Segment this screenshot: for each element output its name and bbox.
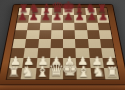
piece-white-bishop[interactable]: ♝ xyxy=(76,64,90,79)
piece-black-pawn[interactable]: ♟ xyxy=(63,12,73,22)
square-b4[interactable] xyxy=(25,39,38,48)
piece-cell-e7: ♟ xyxy=(63,15,75,23)
square-b5[interactable] xyxy=(26,30,39,39)
square-d4[interactable] xyxy=(50,39,63,48)
chess-board[interactable]: ♜♞♝♛♚♝♞♜♟♟♟♟♟♟♟♟♟♟♟♟♟♟♟♟♜♞♝♛♚♝♞♜ xyxy=(0,5,125,85)
piece-cell-c1: ♝ xyxy=(34,68,48,79)
square-b6[interactable] xyxy=(27,22,40,30)
piece-cell-b7: ♟ xyxy=(28,15,40,23)
square-d6[interactable] xyxy=(51,22,63,30)
piece-white-rook[interactable]: ♜ xyxy=(105,65,118,78)
piece-cell-f7: ♟ xyxy=(74,15,86,23)
piece-white-bishop[interactable]: ♝ xyxy=(34,64,48,79)
square-a4[interactable] xyxy=(12,39,26,48)
piece-black-pawn[interactable]: ♟ xyxy=(40,12,50,22)
square-h4[interactable] xyxy=(99,39,113,48)
piece-black-pawn[interactable]: ♟ xyxy=(75,12,85,22)
piece-white-knight[interactable]: ♞ xyxy=(21,64,35,78)
square-g4[interactable] xyxy=(87,39,100,48)
square-f4[interactable] xyxy=(75,39,88,48)
piece-cell-h7: ♟ xyxy=(96,15,109,23)
piece-white-rook[interactable]: ♜ xyxy=(7,65,20,78)
square-c5[interactable] xyxy=(38,30,51,39)
piece-cell-g7: ♟ xyxy=(85,15,97,23)
piece-black-pawn[interactable]: ♟ xyxy=(29,12,39,22)
chess-scene: ♜♞♝♛♚♝♞♜♟♟♟♟♟♟♟♟♟♟♟♟♟♟♟♟♜♞♝♛♚♝♞♜ xyxy=(0,0,125,90)
piece-cell-e1: ♚ xyxy=(63,68,77,79)
square-f5[interactable] xyxy=(74,30,87,39)
square-f6[interactable] xyxy=(74,22,86,30)
square-e5[interactable] xyxy=(63,30,75,39)
square-h5[interactable] xyxy=(98,30,111,39)
piece-cell-h1: ♜ xyxy=(103,68,118,79)
piece-cell-c7: ♟ xyxy=(39,15,51,23)
piece-cell-a1: ♜ xyxy=(6,68,21,79)
square-a5[interactable] xyxy=(14,30,27,39)
square-c4[interactable] xyxy=(37,39,50,48)
square-e6[interactable] xyxy=(63,22,75,30)
piece-cell-g1: ♞ xyxy=(90,68,105,79)
board-front-edge xyxy=(0,85,125,90)
square-d5[interactable] xyxy=(50,30,62,39)
piece-black-pawn[interactable]: ♟ xyxy=(98,12,108,22)
piece-cell-d7: ♟ xyxy=(51,15,63,23)
square-a6[interactable] xyxy=(15,22,28,30)
piece-cell-b1: ♞ xyxy=(20,68,35,79)
square-h6[interactable] xyxy=(97,22,110,30)
piece-cell-a7: ♟ xyxy=(16,15,29,23)
square-c6[interactable] xyxy=(39,22,51,30)
piece-black-pawn[interactable]: ♟ xyxy=(17,12,27,22)
piece-white-knight[interactable]: ♞ xyxy=(91,64,105,78)
square-g6[interactable] xyxy=(86,22,99,30)
piece-black-pawn[interactable]: ♟ xyxy=(52,12,62,22)
square-g5[interactable] xyxy=(86,30,99,39)
piece-black-pawn[interactable]: ♟ xyxy=(86,12,96,22)
piece-cell-f1: ♝ xyxy=(76,68,90,79)
square-e4[interactable] xyxy=(63,39,76,48)
